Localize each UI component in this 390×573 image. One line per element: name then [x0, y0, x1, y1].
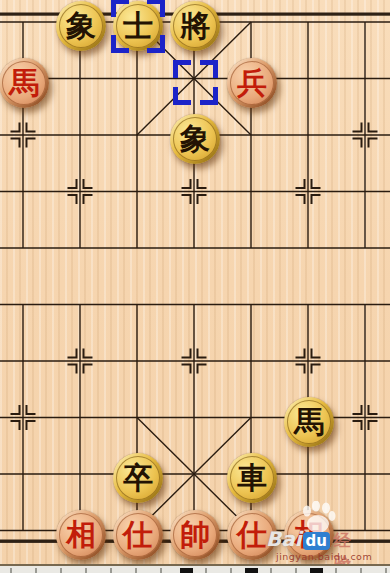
piece-character: 車	[230, 456, 274, 500]
piece-red-soldier[interactable]: 兵	[227, 58, 277, 108]
piece-character: 象	[173, 117, 217, 161]
piece-character: 兵	[230, 61, 274, 105]
piece-character: 卒	[116, 456, 160, 500]
piece-character: 仕	[116, 513, 160, 557]
piece-character: 將	[173, 4, 217, 48]
piece-character: 象	[59, 4, 103, 48]
piece-character: 相	[59, 513, 103, 557]
piece-black-elephant[interactable]: 象	[170, 114, 220, 164]
piece-character: 馬	[287, 400, 331, 444]
piece-black-horse[interactable]: 馬	[284, 397, 334, 447]
cropped-ui-strip	[0, 564, 390, 573]
piece-black-elephant[interactable]: 象	[56, 1, 106, 51]
watermark-bai: Bai	[266, 527, 302, 551]
piece-black-chariot[interactable]: 車	[227, 453, 277, 503]
watermark-du: du	[303, 532, 330, 550]
piece-red-general[interactable]: 帥	[170, 510, 220, 560]
piece-red-advisor[interactable]: 仕	[113, 510, 163, 560]
piece-layer: 象士將馬兵象馬卒車相仕帥仕相	[0, 0, 390, 563]
watermark-url: jingyan.baidu.com	[276, 551, 372, 562]
piece-character: 馬	[2, 61, 46, 105]
piece-black-general[interactable]: 將	[170, 1, 220, 51]
piece-character: 帥	[173, 513, 217, 557]
last-move-marker-point	[173, 60, 218, 105]
xiangqi-screenshot: 象士將馬兵象馬卒車相仕帥仕相 Baidu经验 jingyan.baidu.com	[0, 0, 390, 573]
piece-red-elephant[interactable]: 相	[56, 510, 106, 560]
last-move-marker-piece	[111, 0, 165, 53]
piece-red-horse[interactable]: 馬	[0, 58, 49, 108]
piece-black-soldier[interactable]: 卒	[113, 453, 163, 503]
